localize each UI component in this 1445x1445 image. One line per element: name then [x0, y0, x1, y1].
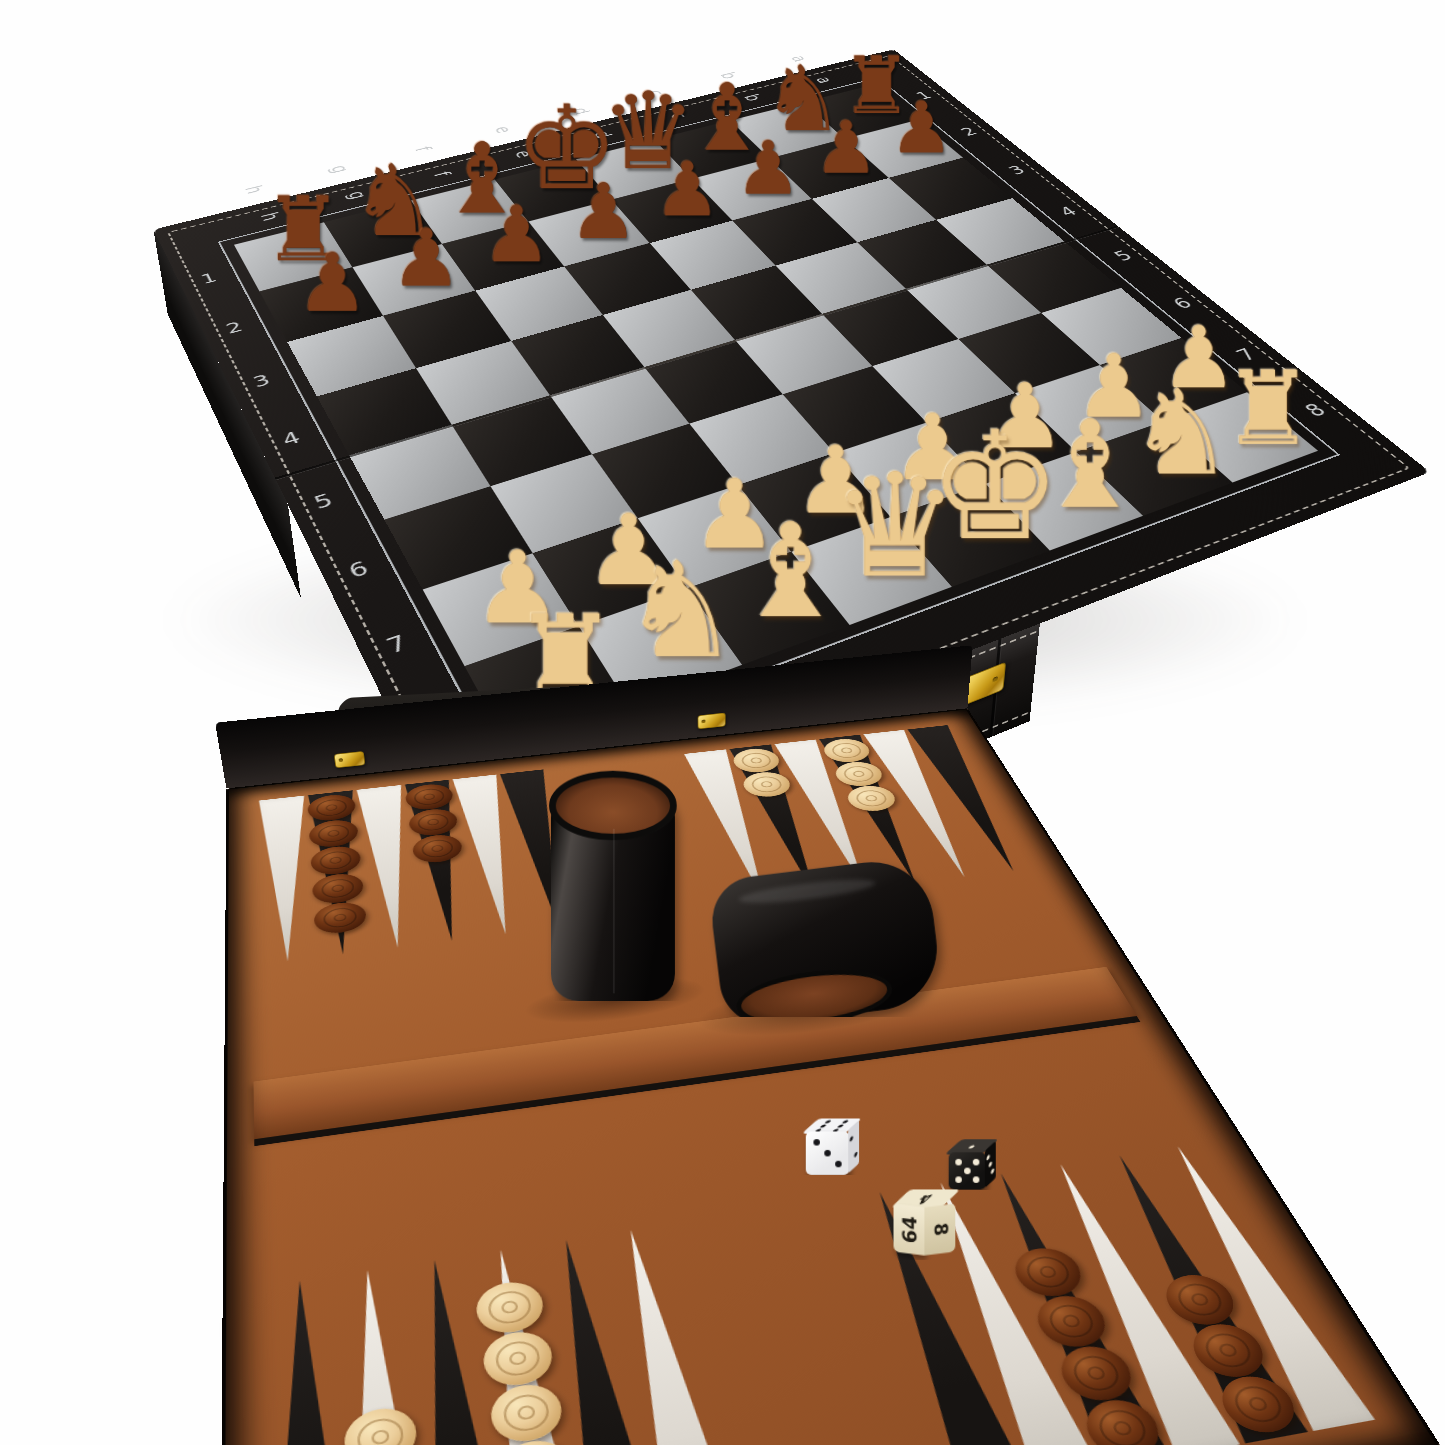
point-far-left-1[interactable]	[257, 795, 315, 964]
doubling-cube-number: 4	[916, 1189, 936, 1208]
checker-light[interactable]	[843, 784, 901, 814]
checker-dark[interactable]	[1052, 1342, 1142, 1406]
dice-cup-standing[interactable]	[551, 790, 675, 1001]
backgammon-case: 4648	[220, 708, 1442, 1445]
checker-dark[interactable]	[310, 844, 362, 877]
checker-light[interactable]	[488, 1380, 566, 1445]
white-die-icon[interactable]	[806, 1118, 862, 1174]
backgammon-board[interactable]: 4648	[220, 708, 1442, 1445]
checker-light[interactable]	[480, 1328, 556, 1391]
gold-latch-icon[interactable]	[697, 713, 725, 730]
quadrant-near-right	[799, 1017, 1378, 1445]
backgammon-scene: 4648	[0, 640, 1445, 1445]
gold-latch-icon[interactable]	[333, 751, 365, 768]
checker-dark[interactable]	[1007, 1244, 1091, 1301]
quadrant-near-left	[263, 1087, 743, 1445]
doubling-cube-icon[interactable]: 4648	[894, 1189, 960, 1260]
checker-dark[interactable]	[411, 833, 464, 865]
doubling-cube-number: 8	[929, 1222, 951, 1237]
doubling-cube-number: 64	[898, 1215, 921, 1245]
black-die-icon[interactable]	[949, 1139, 999, 1189]
dice-cup-lying[interactable]	[707, 855, 944, 1030]
product-photo-canvas: ♜♞♝♚♛♝♞♜♟♟♟♟♟♟♟♟♟♟♟♟♟♟♟♟♜♞♝♛♚♝♞♜ 1122334…	[0, 0, 1445, 1445]
piece-dark-pawn-h2[interactable]: ♟	[254, 243, 412, 324]
point-near-left-1[interactable]	[265, 1275, 352, 1445]
checker-light[interactable]	[473, 1278, 546, 1337]
